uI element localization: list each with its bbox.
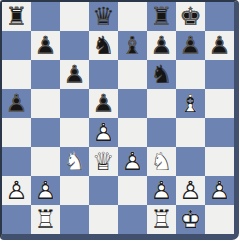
black-knight-f6[interactable]: ♞♘: [147, 60, 176, 89]
square-e7[interactable]: ♝♗: [118, 31, 147, 60]
square-b7[interactable]: ♟♙: [31, 31, 60, 60]
square-h2[interactable]: ♟♙: [205, 176, 234, 205]
black-rook-glyph-outline: ♖: [2, 2, 31, 31]
square-a4[interactable]: [2, 118, 31, 147]
black-pawn-f7[interactable]: ♟♙: [147, 31, 176, 60]
square-d2[interactable]: [89, 176, 118, 205]
black-pawn-c6[interactable]: ♟♙: [60, 60, 89, 89]
square-c6[interactable]: ♟♙: [60, 60, 89, 89]
white-rook-glyph-outline: ♖: [31, 205, 60, 234]
square-e4[interactable]: [118, 118, 147, 147]
square-e1[interactable]: [118, 205, 147, 234]
square-a6[interactable]: [2, 60, 31, 89]
square-a5[interactable]: ♟♙: [2, 89, 31, 118]
square-b8[interactable]: [31, 2, 60, 31]
black-bishop-e7[interactable]: ♝♗: [118, 31, 147, 60]
chess-board-grid: ♜♖♛♕♜♖♚♔♟♙♞♘♝♗♟♙♟♙♟♙♟♙♞♘♟♙♟♙♝♗♟♙♞♘♛♕♟♙♞♘…: [2, 2, 234, 234]
square-g1[interactable]: ♚♔: [176, 205, 205, 234]
square-b6[interactable]: [31, 60, 60, 89]
square-g2[interactable]: ♟♙: [176, 176, 205, 205]
white-pawn-e3[interactable]: ♟♙: [118, 147, 147, 176]
square-c1[interactable]: [60, 205, 89, 234]
square-c4[interactable]: [60, 118, 89, 147]
square-c7[interactable]: [60, 31, 89, 60]
square-h3[interactable]: [205, 147, 234, 176]
square-g4[interactable]: [176, 118, 205, 147]
white-pawn-glyph-outline: ♙: [147, 176, 176, 205]
square-f8[interactable]: ♜♖: [147, 2, 176, 31]
square-b1[interactable]: ♜♖: [31, 205, 60, 234]
black-pawn-b7[interactable]: ♟♙: [31, 31, 60, 60]
square-e6[interactable]: [118, 60, 147, 89]
square-h5[interactable]: [205, 89, 234, 118]
square-g6[interactable]: [176, 60, 205, 89]
white-knight-glyph-outline: ♘: [60, 147, 89, 176]
square-e8[interactable]: [118, 2, 147, 31]
square-f2[interactable]: ♟♙: [147, 176, 176, 205]
square-e2[interactable]: [118, 176, 147, 205]
square-f3[interactable]: ♞♘: [147, 147, 176, 176]
black-pawn-glyph-outline: ♙: [89, 89, 118, 118]
white-pawn-glyph-outline: ♙: [31, 176, 60, 205]
white-king-g1[interactable]: ♚♔: [176, 205, 205, 234]
white-pawn-glyph-outline: ♙: [176, 176, 205, 205]
square-g8[interactable]: ♚♔: [176, 2, 205, 31]
white-queen-d3[interactable]: ♛♕: [89, 147, 118, 176]
white-pawn-glyph-outline: ♙: [118, 147, 147, 176]
square-e3[interactable]: ♟♙: [118, 147, 147, 176]
square-e5[interactable]: [118, 89, 147, 118]
square-g5[interactable]: ♝♗: [176, 89, 205, 118]
square-c5[interactable]: [60, 89, 89, 118]
white-bishop-g5[interactable]: ♝♗: [176, 89, 205, 118]
black-pawn-h7[interactable]: ♟♙: [205, 31, 234, 60]
black-queen-glyph-outline: ♕: [89, 2, 118, 31]
white-bishop-glyph-outline: ♗: [176, 89, 205, 118]
square-c8[interactable]: [60, 2, 89, 31]
square-f1[interactable]: ♜♖: [147, 205, 176, 234]
black-rook-f8[interactable]: ♜♖: [147, 2, 176, 31]
square-h8[interactable]: [205, 2, 234, 31]
white-king-glyph-outline: ♔: [176, 205, 205, 234]
square-f4[interactable]: [147, 118, 176, 147]
square-d5[interactable]: ♟♙: [89, 89, 118, 118]
black-pawn-g7[interactable]: ♟♙: [176, 31, 205, 60]
black-pawn-glyph-outline: ♙: [176, 31, 205, 60]
white-rook-b1[interactable]: ♜♖: [31, 205, 60, 234]
white-knight-c3[interactable]: ♞♘: [60, 147, 89, 176]
black-pawn-a5[interactable]: ♟♙: [2, 89, 31, 118]
white-rook-f1[interactable]: ♜♖: [147, 205, 176, 234]
black-king-g8[interactable]: ♚♔: [176, 2, 205, 31]
black-rook-a8[interactable]: ♜♖: [2, 2, 31, 31]
square-d6[interactable]: [89, 60, 118, 89]
square-d4[interactable]: ♟♙: [89, 118, 118, 147]
white-pawn-f2[interactable]: ♟♙: [147, 176, 176, 205]
square-f5[interactable]: [147, 89, 176, 118]
square-d7[interactable]: ♞♘: [89, 31, 118, 60]
white-pawn-b2[interactable]: ♟♙: [31, 176, 60, 205]
square-h6[interactable]: [205, 60, 234, 89]
square-b5[interactable]: [31, 89, 60, 118]
white-pawn-g2[interactable]: ♟♙: [176, 176, 205, 205]
square-a3[interactable]: [2, 147, 31, 176]
black-rook-glyph-outline: ♖: [147, 2, 176, 31]
white-knight-glyph-outline: ♘: [147, 147, 176, 176]
black-pawn-glyph-outline: ♙: [60, 60, 89, 89]
square-h7[interactable]: ♟♙: [205, 31, 234, 60]
square-c3[interactable]: ♞♘: [60, 147, 89, 176]
black-pawn-glyph-outline: ♙: [2, 89, 31, 118]
white-pawn-glyph-outline: ♙: [205, 176, 234, 205]
white-pawn-d4[interactable]: ♟♙: [89, 118, 118, 147]
chess-board: ♜♖♛♕♜♖♚♔♟♙♞♘♝♗♟♙♟♙♟♙♟♙♞♘♟♙♟♙♝♗♟♙♞♘♛♕♟♙♞♘…: [0, 0, 239, 240]
square-b3[interactable]: [31, 147, 60, 176]
square-f7[interactable]: ♟♙: [147, 31, 176, 60]
square-c2[interactable]: [60, 176, 89, 205]
square-f6[interactable]: ♞♘: [147, 60, 176, 89]
square-b2[interactable]: ♟♙: [31, 176, 60, 205]
black-pawn-glyph-outline: ♙: [147, 31, 176, 60]
square-a2[interactable]: ♟♙: [2, 176, 31, 205]
black-king-glyph-outline: ♔: [176, 2, 205, 31]
white-rook-glyph-outline: ♖: [147, 205, 176, 234]
black-pawn-glyph-outline: ♙: [205, 31, 234, 60]
black-pawn-d5[interactable]: ♟♙: [89, 89, 118, 118]
black-queen-d8[interactable]: ♛♕: [89, 2, 118, 31]
square-h1[interactable]: [205, 205, 234, 234]
square-b4[interactable]: [31, 118, 60, 147]
square-h4[interactable]: [205, 118, 234, 147]
white-pawn-h2[interactable]: ♟♙: [205, 176, 234, 205]
white-queen-glyph-outline: ♕: [89, 147, 118, 176]
square-a8[interactable]: ♜♖: [2, 2, 31, 31]
black-knight-glyph-outline: ♘: [89, 31, 118, 60]
square-d3[interactable]: ♛♕: [89, 147, 118, 176]
square-d1[interactable]: [89, 205, 118, 234]
square-g3[interactable]: [176, 147, 205, 176]
square-d8[interactable]: ♛♕: [89, 2, 118, 31]
black-knight-d7[interactable]: ♞♘: [89, 31, 118, 60]
square-a7[interactable]: [2, 31, 31, 60]
white-pawn-glyph-outline: ♙: [2, 176, 31, 205]
black-bishop-glyph-outline: ♗: [118, 31, 147, 60]
black-knight-glyph-outline: ♘: [147, 60, 176, 89]
square-g7[interactable]: ♟♙: [176, 31, 205, 60]
white-pawn-glyph-outline: ♙: [89, 118, 118, 147]
square-a1[interactable]: [2, 205, 31, 234]
black-pawn-glyph-outline: ♙: [31, 31, 60, 60]
white-knight-f3[interactable]: ♞♘: [147, 147, 176, 176]
white-pawn-a2[interactable]: ♟♙: [2, 176, 31, 205]
